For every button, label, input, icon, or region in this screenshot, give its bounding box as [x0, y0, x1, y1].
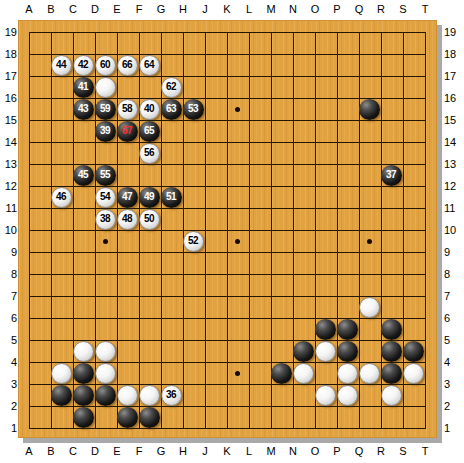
stones-layer: 3637383940414243444546474849505152535455… — [28, 32, 446, 450]
col-label-C: C — [62, 1, 84, 17]
stone-F2 — [139, 407, 160, 428]
stone-D16: 59 — [95, 99, 116, 120]
col-label-F: F — [128, 1, 150, 17]
stone-F15: 65 — [139, 121, 160, 142]
stone-B4 — [51, 363, 72, 384]
stone-D13: 55 — [95, 165, 116, 186]
col-label-P: P — [326, 1, 348, 17]
stone-G3: 36 — [161, 385, 182, 406]
row-label-13: 13 — [444, 153, 460, 175]
row-label-17: 17 — [1, 65, 17, 87]
stone-Q4 — [359, 363, 380, 384]
row-label-2: 2 — [1, 395, 17, 417]
row-label-11: 11 — [444, 197, 460, 219]
row-label-11: 11 — [1, 197, 17, 219]
row-label-19: 19 — [1, 21, 17, 43]
stone-B18: 44 — [51, 55, 72, 76]
stone-R5 — [381, 341, 402, 362]
row-labels-right: 19181716151413121110987654321 — [444, 21, 460, 439]
row-label-13: 13 — [1, 153, 17, 175]
col-label-H: H — [172, 1, 194, 17]
row-label-15: 15 — [1, 109, 17, 131]
row-label-6: 6 — [1, 307, 17, 329]
stone-R3 — [381, 385, 402, 406]
stone-C18: 42 — [73, 55, 94, 76]
row-label-9: 9 — [444, 241, 460, 263]
col-label-S: S — [392, 1, 414, 17]
row-label-14: 14 — [1, 131, 17, 153]
stone-F18: 64 — [139, 55, 160, 76]
stone-G17: 62 — [161, 77, 182, 98]
col-label-K: K — [216, 1, 238, 17]
stone-C17: 41 — [73, 77, 94, 98]
stone-E16: 58 — [117, 99, 138, 120]
stone-M4 — [271, 363, 292, 384]
stone-O6 — [315, 319, 336, 340]
row-label-16: 16 — [1, 87, 17, 109]
stone-H10: 52 — [183, 231, 204, 252]
stone-C5 — [73, 341, 94, 362]
stone-B12: 46 — [51, 187, 72, 208]
row-label-3: 3 — [1, 373, 17, 395]
stone-D3 — [95, 385, 116, 406]
stone-F16: 40 — [139, 99, 160, 120]
stone-C4 — [73, 363, 94, 384]
row-label-4: 4 — [1, 351, 17, 373]
stone-O5 — [315, 341, 336, 362]
row-label-5: 5 — [444, 329, 460, 351]
stone-D15: 39 — [95, 121, 116, 142]
stone-E12: 47 — [117, 187, 138, 208]
stone-N5 — [293, 341, 314, 362]
row-label-10: 10 — [1, 219, 17, 241]
row-label-14: 14 — [444, 131, 460, 153]
row-label-7: 7 — [444, 285, 460, 307]
row-label-12: 12 — [1, 175, 17, 197]
col-label-T: T — [414, 1, 436, 17]
stone-N4 — [293, 363, 314, 384]
col-label-A: A — [18, 1, 40, 17]
row-label-1: 1 — [1, 417, 17, 439]
stone-E15: 67 — [117, 121, 138, 142]
col-label-O: O — [304, 1, 326, 17]
row-label-8: 8 — [444, 263, 460, 285]
col-label-E: E — [106, 1, 128, 17]
stone-D4 — [95, 363, 116, 384]
stone-B3 — [51, 385, 72, 406]
col-label-L: L — [238, 1, 260, 17]
row-label-6: 6 — [444, 307, 460, 329]
row-label-7: 7 — [1, 285, 17, 307]
row-label-19: 19 — [444, 21, 460, 43]
stone-E3 — [117, 385, 138, 406]
col-labels-top: ABCDEFGHJKLMNOPQRST — [18, 1, 436, 17]
row-label-12: 12 — [444, 175, 460, 197]
row-label-8: 8 — [1, 263, 17, 285]
goban[interactable]: 3637383940414243444546474849505152535455… — [18, 20, 437, 438]
stone-E2 — [117, 407, 138, 428]
stone-D18: 60 — [95, 55, 116, 76]
stone-C3 — [73, 385, 94, 406]
stone-F14: 56 — [139, 143, 160, 164]
stone-G12: 51 — [161, 187, 182, 208]
col-label-G: G — [150, 1, 172, 17]
col-label-M: M — [260, 1, 282, 17]
stone-C2 — [73, 407, 94, 428]
stone-F12: 49 — [139, 187, 160, 208]
row-label-3: 3 — [444, 373, 460, 395]
row-label-10: 10 — [444, 219, 460, 241]
stone-P4 — [337, 363, 358, 384]
stone-D12: 54 — [95, 187, 116, 208]
grid-lines: 3637383940414243444546474849505152535455… — [29, 32, 426, 429]
stone-P6 — [337, 319, 358, 340]
stone-E11: 48 — [117, 209, 138, 230]
row-labels-left: 19181716151413121110987654321 — [1, 21, 17, 439]
stone-S5 — [403, 341, 424, 362]
go-board-diagram: ABCDEFGHJKLMNOPQRST ABCDEFGHJKLMNOPQRST … — [0, 0, 464, 463]
row-label-18: 18 — [1, 43, 17, 65]
row-label-2: 2 — [444, 395, 460, 417]
stone-D17 — [95, 77, 116, 98]
row-label-16: 16 — [444, 87, 460, 109]
col-label-D: D — [84, 1, 106, 17]
stone-R6 — [381, 319, 402, 340]
row-label-15: 15 — [444, 109, 460, 131]
col-label-J: J — [194, 1, 216, 17]
stone-R4 — [381, 363, 402, 384]
row-label-9: 9 — [1, 241, 17, 263]
stone-P3 — [337, 385, 358, 406]
stone-Q7 — [359, 297, 380, 318]
stone-R13: 37 — [381, 165, 402, 186]
col-label-Q: Q — [348, 1, 370, 17]
stone-Q16 — [359, 99, 380, 120]
stone-O3 — [315, 385, 336, 406]
col-label-N: N — [282, 1, 304, 17]
stone-H16: 53 — [183, 99, 204, 120]
stone-P5 — [337, 341, 358, 362]
stone-C16: 43 — [73, 99, 94, 120]
row-label-4: 4 — [444, 351, 460, 373]
col-label-B: B — [40, 1, 62, 17]
stone-D11: 38 — [95, 209, 116, 230]
stone-D5 — [95, 341, 116, 362]
row-label-18: 18 — [444, 43, 460, 65]
stone-C13: 45 — [73, 165, 94, 186]
row-label-5: 5 — [1, 329, 17, 351]
stone-F3 — [139, 385, 160, 406]
stone-S4 — [403, 363, 424, 384]
stone-E18: 66 — [117, 55, 138, 76]
stone-G16: 63 — [161, 99, 182, 120]
row-label-17: 17 — [444, 65, 460, 87]
row-label-1: 1 — [444, 417, 460, 439]
col-label-R: R — [370, 1, 392, 17]
stone-F11: 50 — [139, 209, 160, 230]
